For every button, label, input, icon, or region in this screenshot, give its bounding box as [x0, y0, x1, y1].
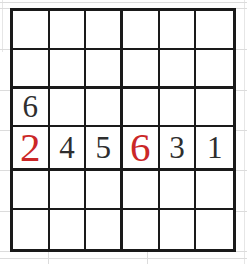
spreadsheet-gridline: [0, 251, 10, 252]
digit-r4c6: 1: [207, 132, 223, 163]
cell-r5c1[interactable]: [13, 171, 50, 210]
cell-r5c5[interactable]: [160, 171, 197, 210]
cell-r3c5[interactable]: [160, 89, 197, 128]
cell-r1c5[interactable]: [160, 11, 197, 50]
spreadsheet-gridline: [0, 8, 10, 9]
cell-r4c3[interactable]: 5: [86, 127, 123, 171]
spreadsheet-gridline: [236, 90, 247, 91]
spreadsheet-gridline: [236, 8, 247, 9]
cell-r6c4[interactable]: [123, 210, 160, 249]
spreadsheet-gridline: [0, 170, 10, 171]
spreadsheet-gridline: [236, 251, 247, 252]
cell-r3c3[interactable]: [86, 89, 123, 128]
cell-r4c2[interactable]: 4: [50, 127, 87, 171]
spreadsheet-gridline: [0, 49, 10, 50]
sudoku-screen: 6245631: [0, 0, 247, 264]
cell-r2c6[interactable]: [196, 50, 233, 89]
cell-r4c1[interactable]: 2: [13, 127, 50, 171]
cell-r1c6[interactable]: [196, 11, 233, 50]
cell-r3c4[interactable]: [123, 89, 160, 128]
cell-r6c3[interactable]: [86, 210, 123, 249]
cell-r4c6[interactable]: 1: [196, 127, 233, 171]
spreadsheet-gridline: [147, 252, 148, 264]
spreadsheet-gridline: [0, 90, 10, 91]
cell-r2c4[interactable]: [123, 50, 160, 89]
cell-r1c3[interactable]: [86, 11, 123, 50]
spreadsheet-gridline: [0, 2, 247, 3]
cell-r2c3[interactable]: [86, 50, 123, 89]
spreadsheet-gridline: [0, 130, 10, 131]
cell-r4c4[interactable]: 6: [123, 127, 160, 171]
cell-r5c3[interactable]: [86, 171, 123, 210]
cell-r6c6[interactable]: [196, 210, 233, 249]
cell-r6c2[interactable]: [50, 210, 87, 249]
digit-r4c1: 2: [20, 127, 41, 168]
spreadsheet-gridline: [0, 258, 247, 259]
cell-r5c6[interactable]: [196, 171, 233, 210]
spreadsheet-gridline: [236, 170, 247, 171]
cell-r3c1[interactable]: 6: [13, 89, 50, 128]
cell-r2c1[interactable]: [13, 50, 50, 89]
sudoku-board: 6245631: [10, 8, 236, 252]
cell-r5c2[interactable]: [50, 171, 87, 210]
cell-r2c2[interactable]: [50, 50, 87, 89]
cell-r3c2[interactable]: [50, 89, 87, 128]
cell-r2c5[interactable]: [160, 50, 197, 89]
spreadsheet-gridline: [48, 252, 49, 264]
spreadsheet-gridline: [236, 211, 247, 212]
cell-r1c4[interactable]: [123, 11, 160, 50]
cell-r6c1[interactable]: [13, 210, 50, 249]
spreadsheet-gridline: [2, 0, 3, 52]
spreadsheet-gridline: [236, 130, 247, 131]
cell-r4c5[interactable]: 3: [160, 127, 197, 171]
digit-r3c1: 6: [23, 91, 39, 122]
spreadsheet-gridline: [0, 211, 10, 212]
cell-r3c6[interactable]: [196, 89, 233, 128]
digit-r4c3: 5: [95, 132, 111, 163]
spreadsheet-gridline: [236, 49, 247, 50]
cell-r1c2[interactable]: [50, 11, 87, 50]
cell-r6c5[interactable]: [160, 210, 197, 249]
cell-r5c4[interactable]: [123, 171, 160, 210]
spreadsheet-gridline: [244, 0, 245, 264]
digit-r4c2: 4: [59, 132, 75, 163]
digit-r4c4: 6: [130, 127, 151, 168]
digit-r4c5: 3: [169, 132, 185, 163]
cell-r1c1[interactable]: [13, 11, 50, 50]
